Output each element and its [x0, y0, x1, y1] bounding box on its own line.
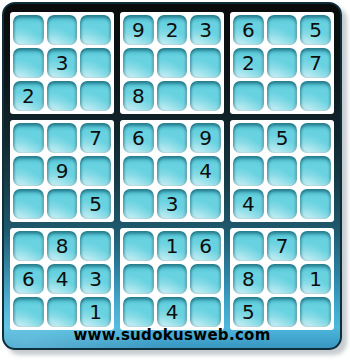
- cell-r8c5[interactable]: [157, 264, 188, 294]
- cell-r5c9[interactable]: [300, 156, 331, 186]
- cell-r4c9[interactable]: [300, 123, 331, 153]
- cell-r6c6[interactable]: [190, 189, 221, 219]
- box-r2c1: 795: [10, 120, 114, 222]
- cell-r8c9[interactable]: 1: [300, 264, 331, 294]
- cell-r1c1[interactable]: [13, 15, 44, 45]
- cell-r3c6[interactable]: [190, 81, 221, 111]
- cell-r9c1[interactable]: [13, 297, 44, 327]
- cell-r7c5[interactable]: 1: [157, 231, 188, 261]
- sudoku-page: 3292386527795694354864311647815 www.sudo…: [0, 0, 350, 360]
- cell-r1c5[interactable]: 2: [157, 15, 188, 45]
- cell-r9c6[interactable]: [190, 297, 221, 327]
- cell-r2c2[interactable]: 3: [47, 48, 78, 78]
- cell-r5c7[interactable]: [233, 156, 264, 186]
- cell-r8c4[interactable]: [123, 264, 154, 294]
- cell-r1c7[interactable]: 6: [233, 15, 264, 45]
- box-r2c3: 54: [230, 120, 334, 222]
- cell-r4c7[interactable]: [233, 123, 264, 153]
- box-r3c2: 164: [120, 228, 224, 330]
- cell-r4c6[interactable]: 9: [190, 123, 221, 153]
- cell-r3c8[interactable]: [267, 81, 298, 111]
- cell-r1c8[interactable]: [267, 15, 298, 45]
- cell-r1c4[interactable]: 9: [123, 15, 154, 45]
- cell-r3c5[interactable]: [157, 81, 188, 111]
- cell-r3c3[interactable]: [80, 81, 111, 111]
- cell-r9c3[interactable]: 1: [80, 297, 111, 327]
- cell-r2c3[interactable]: [80, 48, 111, 78]
- box-r1c2: 9238: [120, 12, 224, 114]
- cell-r3c7[interactable]: [233, 81, 264, 111]
- cell-r7c7[interactable]: [233, 231, 264, 261]
- cell-r7c8[interactable]: 7: [267, 231, 298, 261]
- cell-r8c1[interactable]: 6: [13, 264, 44, 294]
- cell-r8c7[interactable]: 8: [233, 264, 264, 294]
- cell-r8c8[interactable]: [267, 264, 298, 294]
- cell-r6c1[interactable]: [13, 189, 44, 219]
- cell-r8c3[interactable]: 3: [80, 264, 111, 294]
- cell-r3c2[interactable]: [47, 81, 78, 111]
- box-r2c2: 6943: [120, 120, 224, 222]
- cell-r5c8[interactable]: [267, 156, 298, 186]
- cell-r9c7[interactable]: 5: [233, 297, 264, 327]
- cell-r7c1[interactable]: [13, 231, 44, 261]
- cell-r9c2[interactable]: [47, 297, 78, 327]
- cell-r2c4[interactable]: [123, 48, 154, 78]
- cell-r6c9[interactable]: [300, 189, 331, 219]
- cell-r5c5[interactable]: [157, 156, 188, 186]
- cell-r2c5[interactable]: [157, 48, 188, 78]
- cell-r3c1[interactable]: 2: [13, 81, 44, 111]
- cell-r4c4[interactable]: 6: [123, 123, 154, 153]
- box-r3c3: 7815: [230, 228, 334, 330]
- cell-r7c4[interactable]: [123, 231, 154, 261]
- cell-r2c6[interactable]: [190, 48, 221, 78]
- cell-r2c7[interactable]: 2: [233, 48, 264, 78]
- cell-r6c4[interactable]: [123, 189, 154, 219]
- cell-r9c4[interactable]: [123, 297, 154, 327]
- box-r3c1: 86431: [10, 228, 114, 330]
- cell-r2c8[interactable]: [267, 48, 298, 78]
- box-r1c1: 32: [10, 12, 114, 114]
- cell-r6c2[interactable]: [47, 189, 78, 219]
- cell-r9c9[interactable]: [300, 297, 331, 327]
- cell-r6c3[interactable]: 5: [80, 189, 111, 219]
- cell-r8c2[interactable]: 4: [47, 264, 78, 294]
- cell-r6c8[interactable]: [267, 189, 298, 219]
- box-r1c3: 6527: [230, 12, 334, 114]
- cell-r7c6[interactable]: 6: [190, 231, 221, 261]
- cell-r6c5[interactable]: 3: [157, 189, 188, 219]
- cell-r4c5[interactable]: [157, 123, 188, 153]
- cell-r5c6[interactable]: 4: [190, 156, 221, 186]
- cell-r3c9[interactable]: [300, 81, 331, 111]
- cell-r5c3[interactable]: [80, 156, 111, 186]
- cell-r1c2[interactable]: [47, 15, 78, 45]
- cell-r4c3[interactable]: 7: [80, 123, 111, 153]
- cell-r7c2[interactable]: 8: [47, 231, 78, 261]
- cell-r4c2[interactable]: [47, 123, 78, 153]
- cell-r2c1[interactable]: [13, 48, 44, 78]
- sudoku-board-plaque: 3292386527795694354864311647815 www.sudo…: [2, 2, 342, 350]
- cell-r1c6[interactable]: 3: [190, 15, 221, 45]
- cell-r2c9[interactable]: 7: [300, 48, 331, 78]
- cell-r4c8[interactable]: 5: [267, 123, 298, 153]
- cell-r9c5[interactable]: 4: [157, 297, 188, 327]
- cell-r5c1[interactable]: [13, 156, 44, 186]
- cell-r6c7[interactable]: 4: [233, 189, 264, 219]
- cell-r5c4[interactable]: [123, 156, 154, 186]
- cell-r1c3[interactable]: [80, 15, 111, 45]
- cell-r7c9[interactable]: [300, 231, 331, 261]
- cell-r4c1[interactable]: [13, 123, 44, 153]
- cell-r9c8[interactable]: [267, 297, 298, 327]
- sudoku-board: 3292386527795694354864311647815: [10, 12, 334, 330]
- cell-r1c9[interactable]: 5: [300, 15, 331, 45]
- site-url: www.sudokusweb.com: [4, 326, 340, 344]
- cell-r3c4[interactable]: 8: [123, 81, 154, 111]
- cell-r5c2[interactable]: 9: [47, 156, 78, 186]
- cell-r8c6[interactable]: [190, 264, 221, 294]
- cell-r7c3[interactable]: [80, 231, 111, 261]
